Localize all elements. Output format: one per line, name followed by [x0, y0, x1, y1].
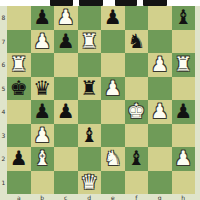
square-h3[interactable]: [172, 124, 196, 148]
square-h2[interactable]: ♟: [172, 147, 196, 171]
rank-label-7: 7: [0, 30, 7, 54]
square-g6[interactable]: ♟: [148, 53, 172, 77]
file-label-b: b: [31, 194, 55, 200]
square-e6[interactable]: [101, 53, 125, 77]
square-f4[interactable]: ♚: [125, 100, 149, 124]
white-rook: ♜: [10, 53, 28, 77]
square-c5[interactable]: [54, 77, 78, 101]
square-e8[interactable]: ♟: [101, 6, 125, 30]
square-d5[interactable]: ♜: [78, 77, 102, 101]
square-h1[interactable]: [172, 171, 196, 195]
square-f7[interactable]: ♞: [125, 30, 149, 54]
black-bishop: ♝: [80, 124, 98, 148]
rank-label-6: 6: [0, 53, 7, 77]
square-e1[interactable]: [101, 171, 125, 195]
square-h8[interactable]: ♝: [172, 6, 196, 30]
square-d7[interactable]: ♜: [78, 30, 102, 54]
black-pawn: ♟: [33, 6, 51, 30]
square-f1[interactable]: [125, 171, 149, 195]
black-pawn: ♟: [57, 100, 75, 124]
square-a6[interactable]: ♜: [7, 53, 31, 77]
square-h6[interactable]: ♜: [172, 53, 196, 77]
square-g7[interactable]: [148, 30, 172, 54]
square-a3[interactable]: [7, 124, 31, 148]
square-c1[interactable]: [54, 171, 78, 195]
rank-label-5: 5: [0, 77, 7, 101]
square-a5[interactable]: ♚: [7, 77, 31, 101]
square-c8[interactable]: ♟: [54, 6, 78, 30]
file-label-g: g: [148, 194, 172, 200]
square-d2[interactable]: [78, 147, 102, 171]
rank-label-2: 2: [0, 147, 7, 171]
square-f5[interactable]: [125, 77, 149, 101]
white-rook: ♜: [80, 30, 98, 54]
square-e7[interactable]: [101, 30, 125, 54]
square-d3[interactable]: ♝: [78, 124, 102, 148]
square-g8[interactable]: [148, 6, 172, 30]
square-a2[interactable]: ♟: [7, 147, 31, 171]
square-g1[interactable]: [148, 171, 172, 195]
square-d6[interactable]: [78, 53, 102, 77]
square-b3[interactable]: ♟: [31, 124, 55, 148]
square-c2[interactable]: [54, 147, 78, 171]
black-king: ♚: [10, 77, 28, 101]
white-pawn: ♟: [151, 100, 169, 124]
white-pawn: ♟: [104, 77, 122, 101]
square-b7[interactable]: ♟: [31, 30, 55, 54]
square-e2[interactable]: ♞: [101, 147, 125, 171]
chess-board: ♟♟♟♝♟♟♜♞♜♟♜♚♛♜♟♟♟♚♟♟♟♝♟♝♞♝♟♛: [7, 6, 195, 194]
square-d8[interactable]: [78, 6, 102, 30]
square-c7[interactable]: ♟: [54, 30, 78, 54]
file-label-f: f: [125, 194, 149, 200]
square-g5[interactable]: [148, 77, 172, 101]
square-b8[interactable]: ♟: [31, 6, 55, 30]
square-a8[interactable]: [7, 6, 31, 30]
square-d4[interactable]: [78, 100, 102, 124]
square-g4[interactable]: ♟: [148, 100, 172, 124]
rank-label-1: 1: [0, 171, 7, 195]
square-h4[interactable]: ♟: [172, 100, 196, 124]
square-h5[interactable]: [172, 77, 196, 101]
file-label-d: d: [78, 194, 102, 200]
white-king: ♚: [127, 100, 145, 124]
black-bishop: ♝: [174, 6, 192, 30]
square-b6[interactable]: [31, 53, 55, 77]
square-b5[interactable]: ♛: [31, 77, 55, 101]
black-pawn: ♟: [33, 100, 51, 124]
square-f3[interactable]: [125, 124, 149, 148]
black-pawn: ♟: [10, 147, 28, 171]
black-rook: ♜: [80, 77, 98, 101]
square-a1[interactable]: [7, 171, 31, 195]
white-pawn: ♟: [151, 53, 169, 77]
square-f8[interactable]: [125, 6, 149, 30]
square-f2[interactable]: ♝: [125, 147, 149, 171]
white-pawn: ♟: [33, 30, 51, 54]
rank-label-4: 4: [0, 100, 7, 124]
square-d1[interactable]: ♛: [78, 171, 102, 195]
square-b2[interactable]: ♝: [31, 147, 55, 171]
white-rook: ♜: [174, 53, 192, 77]
square-g3[interactable]: [148, 124, 172, 148]
square-c4[interactable]: ♟: [54, 100, 78, 124]
square-h7[interactable]: [172, 30, 196, 54]
white-knight: ♞: [104, 147, 122, 171]
square-e5[interactable]: ♟: [101, 77, 125, 101]
black-queen: ♛: [33, 77, 51, 101]
black-bishop: ♝: [127, 147, 145, 171]
file-label-h: h: [172, 194, 196, 200]
white-pawn: ♟: [57, 6, 75, 30]
chess-board-widget: ♟♟♟♝♟♟♜♞♜♟♜♚♛♜♟♟♟♚♟♟♟♝♟♝♞♝♟♛ 87654321 ab…: [0, 0, 200, 200]
square-b1[interactable]: [31, 171, 55, 195]
square-f6[interactable]: [125, 53, 149, 77]
black-knight: ♞: [127, 30, 145, 54]
rank-label-8: 8: [0, 6, 7, 30]
white-pawn: ♟: [33, 124, 51, 148]
white-pawn: ♟: [174, 147, 192, 171]
black-pawn: ♟: [174, 100, 192, 124]
square-a7[interactable]: [7, 30, 31, 54]
square-a4[interactable]: [7, 100, 31, 124]
black-pawn: ♟: [104, 6, 122, 30]
white-queen: ♛: [80, 171, 98, 195]
square-e3[interactable]: [101, 124, 125, 148]
square-c6[interactable]: [54, 53, 78, 77]
file-label-c: c: [54, 194, 78, 200]
square-g2[interactable]: [148, 147, 172, 171]
file-label-e: e: [101, 194, 125, 200]
square-e4[interactable]: [101, 100, 125, 124]
white-bishop: ♝: [33, 147, 51, 171]
square-c3[interactable]: [54, 124, 78, 148]
black-pawn: ♟: [57, 30, 75, 54]
rank-label-3: 3: [0, 124, 7, 148]
square-b4[interactable]: ♟: [31, 100, 55, 124]
file-label-a: a: [7, 194, 31, 200]
